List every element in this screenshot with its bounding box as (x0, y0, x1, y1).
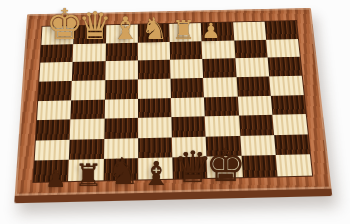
piece-black-bishop-d1[interactable]: ♝ (142, 157, 172, 190)
square-h3[interactable] (272, 114, 308, 135)
square-b6[interactable] (72, 61, 105, 80)
square-e3[interactable] (171, 116, 205, 137)
piece-black-knight-c1[interactable]: ♞ (107, 153, 140, 190)
square-b5[interactable] (71, 80, 105, 100)
square-a3[interactable] (36, 119, 71, 140)
square-g3[interactable] (239, 115, 274, 136)
square-d5[interactable] (138, 79, 171, 99)
square-e6[interactable] (170, 59, 203, 78)
square-a2[interactable] (35, 140, 70, 161)
square-d6[interactable] (138, 60, 171, 79)
piece-black-pawn-a1[interactable]: ♟ (45, 167, 67, 191)
square-f3[interactable] (205, 116, 240, 137)
square-c4[interactable] (104, 98, 138, 118)
square-g5[interactable] (236, 76, 270, 96)
square-g7[interactable] (234, 39, 268, 58)
square-e4[interactable] (171, 97, 205, 117)
square-f7[interactable] (202, 40, 235, 59)
square-a5[interactable] (38, 81, 72, 101)
chess-set-photo: ♚♛♝♞♜♟♟♜♞♝♛♚ (0, 0, 350, 224)
square-h7[interactable] (266, 39, 300, 58)
square-h2[interactable] (274, 134, 310, 155)
square-a6[interactable] (39, 62, 73, 81)
square-g6[interactable] (235, 58, 269, 77)
square-g8[interactable] (233, 22, 266, 41)
piece-white-bishop-c8[interactable]: ♝ (112, 13, 140, 44)
square-h6[interactable] (267, 57, 301, 76)
square-a4[interactable] (37, 100, 71, 120)
square-b3[interactable] (70, 119, 104, 140)
square-c6[interactable] (105, 61, 138, 80)
square-h8[interactable] (264, 21, 298, 40)
square-g1[interactable] (241, 155, 277, 177)
square-g4[interactable] (237, 95, 272, 115)
square-c3[interactable] (104, 118, 138, 139)
square-h1[interactable] (276, 155, 313, 177)
square-f5[interactable] (203, 77, 237, 97)
piece-black-rook-b1[interactable]: ♜ (75, 160, 103, 191)
square-d3[interactable] (138, 117, 172, 138)
square-h4[interactable] (271, 95, 306, 115)
piece-white-rook-e8[interactable]: ♜ (172, 17, 195, 43)
piece-black-king-f1[interactable]: ♚ (206, 143, 246, 188)
square-f6[interactable] (203, 58, 237, 77)
square-b4[interactable] (71, 99, 105, 119)
piece-white-pawn-f8[interactable]: ♟ (202, 21, 221, 42)
square-f4[interactable] (204, 96, 238, 116)
square-d4[interactable] (138, 98, 172, 118)
square-e5[interactable] (171, 78, 205, 98)
square-c5[interactable] (105, 79, 138, 99)
piece-white-queen-b8[interactable]: ♛ (78, 7, 112, 45)
square-h5[interactable] (269, 76, 304, 96)
piece-white-knight-d8[interactable]: ♞ (141, 14, 168, 44)
